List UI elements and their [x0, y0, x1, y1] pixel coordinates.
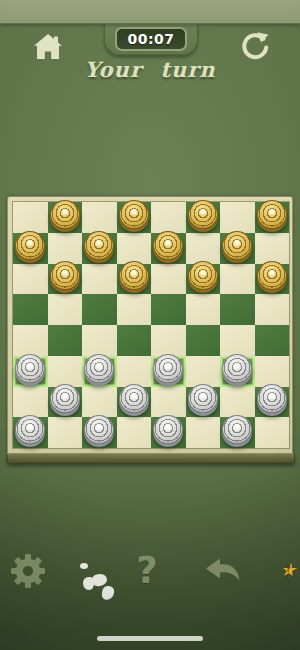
- board-square-r6c6[interactable]: [186, 356, 221, 387]
- gold-piece[interactable]: [257, 200, 287, 229]
- board-square-r2c7[interactable]: [220, 233, 255, 264]
- timer-value: 00:07: [127, 31, 174, 47]
- board-square-r2c8[interactable]: [255, 233, 290, 264]
- silver-piece[interactable]: [222, 354, 252, 383]
- board-grid: [12, 201, 290, 449]
- board-square-r8c7[interactable]: [220, 417, 255, 448]
- silver-piece[interactable]: [222, 415, 252, 444]
- home-indicator[interactable]: [97, 636, 203, 641]
- gear-icon: [10, 577, 46, 592]
- board-square-r3c8[interactable]: [255, 264, 290, 295]
- board-square-r5c2[interactable]: [48, 325, 83, 356]
- restart-button[interactable]: [238, 30, 272, 64]
- silver-piece[interactable]: [153, 354, 183, 383]
- board-frame: [7, 196, 293, 454]
- timer-notch: 00:07: [104, 23, 198, 55]
- silver-piece[interactable]: [153, 415, 183, 444]
- board-square-r3c5[interactable]: [151, 264, 186, 295]
- board-square-r1c7[interactable]: [220, 202, 255, 233]
- board-square-r8c6[interactable]: [186, 417, 221, 448]
- refresh-icon: [238, 52, 272, 67]
- silver-piece[interactable]: [257, 384, 287, 413]
- board-square-r4c8[interactable]: [255, 294, 290, 325]
- board-square-r3c7[interactable]: [220, 264, 255, 295]
- board-square-r7c2[interactable]: [48, 387, 83, 418]
- board-square-r4c1[interactable]: [13, 294, 48, 325]
- board-square-r5c4[interactable]: [117, 325, 152, 356]
- settings-button[interactable]: [10, 553, 46, 589]
- board-square-r3c2[interactable]: [48, 264, 83, 295]
- board-square-r5c1[interactable]: [13, 325, 48, 356]
- board-square-r4c3[interactable]: [82, 294, 117, 325]
- silver-piece[interactable]: [15, 415, 45, 444]
- board-square-r8c3[interactable]: [82, 417, 117, 448]
- board-square-r4c5[interactable]: [151, 294, 186, 325]
- board-square-r6c1[interactable]: [13, 356, 48, 387]
- board-square-r6c5[interactable]: [151, 356, 186, 387]
- board-square-r7c4[interactable]: [117, 387, 152, 418]
- board-square-r8c2[interactable]: [48, 417, 83, 448]
- status-bar: [0, 0, 300, 24]
- gold-piece[interactable]: [50, 200, 80, 229]
- board-square-r2c2[interactable]: [48, 233, 83, 264]
- board-square-r8c4[interactable]: [117, 417, 152, 448]
- board-square-r1c2[interactable]: [48, 202, 83, 233]
- board-square-r4c4[interactable]: [117, 294, 152, 325]
- star-badge-text: ?: [286, 566, 291, 574]
- gold-piece[interactable]: [119, 261, 149, 290]
- home-button[interactable]: [33, 32, 63, 61]
- board-square-r7c1[interactable]: [13, 387, 48, 418]
- board-front-edge: [7, 454, 295, 463]
- board-square-r4c6[interactable]: [186, 294, 221, 325]
- gold-piece[interactable]: [119, 200, 149, 229]
- gold-piece[interactable]: [222, 231, 252, 260]
- silver-piece[interactable]: [15, 354, 45, 383]
- board-square-r5c6[interactable]: [186, 325, 221, 356]
- board-square-r2c1[interactable]: [13, 233, 48, 264]
- board-square-r3c3[interactable]: [82, 264, 117, 295]
- board-square-r6c2[interactable]: [48, 356, 83, 387]
- help-button[interactable]: ?: [136, 549, 157, 593]
- silver-piece[interactable]: [50, 384, 80, 413]
- board-square-r5c5[interactable]: [151, 325, 186, 356]
- gold-piece[interactable]: [153, 231, 183, 260]
- gold-piece[interactable]: [188, 200, 218, 229]
- board-square-r1c3[interactable]: [82, 202, 117, 233]
- board-square-r8c8[interactable]: [255, 417, 290, 448]
- silver-piece[interactable]: [84, 354, 114, 383]
- gold-piece[interactable]: [188, 261, 218, 290]
- board-square-r3c1[interactable]: [13, 264, 48, 295]
- star-badge: ★ ?: [280, 561, 298, 579]
- gold-piece[interactable]: [15, 231, 45, 260]
- board-square-r2c6[interactable]: [186, 233, 221, 264]
- board-square-r4c7[interactable]: [220, 294, 255, 325]
- board-square-r7c3[interactable]: [82, 387, 117, 418]
- board-square-r7c8[interactable]: [255, 387, 290, 418]
- silver-piece[interactable]: [84, 415, 114, 444]
- checkers-game-screen: 00:07 Your turn: [0, 0, 300, 650]
- board-square-r6c3[interactable]: [82, 356, 117, 387]
- board-square-r5c7[interactable]: [220, 325, 255, 356]
- board-square-r2c3[interactable]: [82, 233, 117, 264]
- board-square-r1c4[interactable]: [117, 202, 152, 233]
- board-square-r6c7[interactable]: [220, 356, 255, 387]
- board-square-r1c5[interactable]: [151, 202, 186, 233]
- gold-piece[interactable]: [257, 261, 287, 290]
- board-square-r8c1[interactable]: [13, 417, 48, 448]
- board-square-r1c6[interactable]: [186, 202, 221, 233]
- bottom-toolbar: ? ★ ?: [10, 548, 290, 594]
- gold-piece[interactable]: [50, 261, 80, 290]
- board-square-r6c8[interactable]: [255, 356, 290, 387]
- gold-piece[interactable]: [84, 231, 114, 260]
- board-square-r6c4[interactable]: [117, 356, 152, 387]
- board-square-r7c6[interactable]: [186, 387, 221, 418]
- undo-button[interactable]: [203, 555, 243, 587]
- board-square-r5c3[interactable]: [82, 325, 117, 356]
- question-mark-icon: ?: [136, 549, 157, 592]
- board-square-r4c2[interactable]: [48, 294, 83, 325]
- game-timer: 00:07: [115, 27, 187, 51]
- undo-arrow-icon: [203, 575, 243, 590]
- silver-piece[interactable]: [119, 384, 149, 413]
- board-square-r7c7[interactable]: [220, 387, 255, 418]
- board-square-r1c8[interactable]: [255, 202, 290, 233]
- board-square-r2c4[interactable]: [117, 233, 152, 264]
- board-square-r2c5[interactable]: [151, 233, 186, 264]
- checkers-board: [7, 196, 293, 463]
- silver-piece[interactable]: [188, 384, 218, 413]
- board-square-r3c4[interactable]: [117, 264, 152, 295]
- board-square-r5c8[interactable]: [255, 325, 290, 356]
- board-square-r7c5[interactable]: [151, 387, 186, 418]
- board-square-r8c5[interactable]: [151, 417, 186, 448]
- board-square-r3c6[interactable]: [186, 264, 221, 295]
- home-icon: [33, 49, 63, 64]
- board-square-r1c1[interactable]: [13, 202, 48, 233]
